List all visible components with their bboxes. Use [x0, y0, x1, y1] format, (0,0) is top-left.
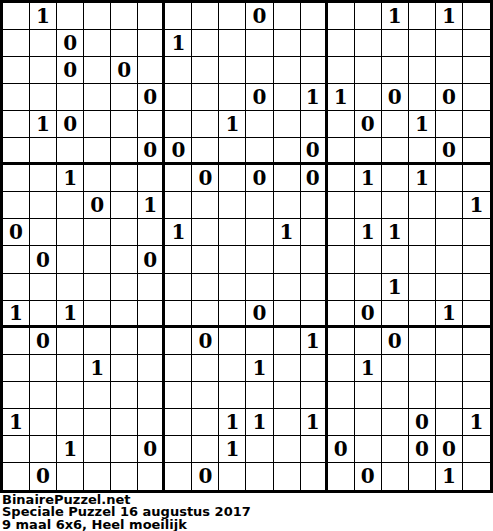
cell-r5-c17[interactable] [463, 138, 490, 165]
cell-r2-c16[interactable] [436, 57, 463, 84]
cell-r6-c9[interactable]: 0 [246, 165, 273, 192]
cell-r14-c13[interactable] [355, 382, 382, 409]
cell-r12-c5[interactable] [138, 328, 165, 355]
cell-r10-c6[interactable] [165, 274, 192, 301]
cell-r14-c6[interactable] [165, 382, 192, 409]
cell-r15-c2[interactable] [57, 409, 84, 436]
cell-r11-c9[interactable]: 0 [246, 301, 273, 328]
cell-r11-c7[interactable] [192, 301, 219, 328]
cell-r16-c14[interactable] [382, 436, 409, 463]
cell-r12-c16[interactable] [436, 328, 463, 355]
cell-r15-c5[interactable] [138, 409, 165, 436]
cell-r15-c7[interactable] [192, 409, 219, 436]
cell-r16-c11[interactable] [301, 436, 328, 463]
cell-r12-c11[interactable]: 1 [301, 328, 328, 355]
cell-r14-c7[interactable] [192, 382, 219, 409]
cell-r4-c16[interactable] [436, 111, 463, 138]
cell-r0-c17[interactable] [463, 3, 490, 30]
cell-r10-c14[interactable]: 1 [382, 274, 409, 301]
cell-r8-c2[interactable] [57, 219, 84, 246]
cell-r7-c13[interactable] [355, 192, 382, 219]
cell-r2-c13[interactable] [355, 57, 382, 84]
cell-r5-c5[interactable]: 0 [138, 138, 165, 165]
cell-r3-c15[interactable] [409, 84, 436, 111]
cell-r2-c12[interactable] [328, 57, 355, 84]
cell-r15-c16[interactable] [436, 409, 463, 436]
cell-r3-c4[interactable] [111, 84, 138, 111]
cell-r13-c2[interactable] [57, 355, 84, 382]
cell-r4-c12[interactable] [328, 111, 355, 138]
cell-r6-c15[interactable]: 1 [409, 165, 436, 192]
cell-r10-c3[interactable] [84, 274, 111, 301]
cell-r9-c12[interactable] [328, 246, 355, 273]
cell-r5-c14[interactable] [382, 138, 409, 165]
cell-r12-c14[interactable]: 0 [382, 328, 409, 355]
cell-r7-c2[interactable] [57, 192, 84, 219]
cell-r16-c6[interactable] [165, 436, 192, 463]
cell-r10-c13[interactable] [355, 274, 382, 301]
cell-r12-c15[interactable] [409, 328, 436, 355]
cell-r8-c8[interactable] [219, 219, 246, 246]
cell-r1-c1[interactable] [30, 30, 57, 57]
cell-r4-c0[interactable] [3, 111, 30, 138]
cell-r12-c13[interactable] [355, 328, 382, 355]
cell-r11-c4[interactable] [111, 301, 138, 328]
cell-r8-c15[interactable] [409, 219, 436, 246]
cell-r1-c3[interactable] [84, 30, 111, 57]
cell-r3-c7[interactable] [192, 84, 219, 111]
cell-r16-c16[interactable]: 0 [436, 436, 463, 463]
cell-r13-c16[interactable] [436, 355, 463, 382]
cell-r16-c7[interactable] [192, 436, 219, 463]
cell-r2-c7[interactable] [192, 57, 219, 84]
cell-r13-c4[interactable] [111, 355, 138, 382]
cell-r0-c14[interactable]: 1 [382, 3, 409, 30]
cell-r1-c10[interactable] [274, 30, 301, 57]
cell-r0-c5[interactable] [138, 3, 165, 30]
cell-r17-c14[interactable] [382, 463, 409, 490]
cell-r9-c14[interactable] [382, 246, 409, 273]
cell-r17-c9[interactable] [246, 463, 273, 490]
cell-r17-c5[interactable] [138, 463, 165, 490]
cell-r0-c7[interactable] [192, 3, 219, 30]
cell-r0-c16[interactable]: 1 [436, 3, 463, 30]
cell-r13-c1[interactable] [30, 355, 57, 382]
cell-r13-c15[interactable] [409, 355, 436, 382]
cell-r7-c16[interactable] [436, 192, 463, 219]
cell-r4-c10[interactable] [274, 111, 301, 138]
cell-r0-c13[interactable] [355, 3, 382, 30]
cell-r17-c13[interactable]: 0 [355, 463, 382, 490]
cell-r5-c16[interactable]: 0 [436, 138, 463, 165]
cell-r17-c16[interactable]: 1 [436, 463, 463, 490]
cell-r3-c13[interactable] [355, 84, 382, 111]
cell-r6-c1[interactable] [30, 165, 57, 192]
cell-r11-c10[interactable] [274, 301, 301, 328]
cell-r11-c14[interactable] [382, 301, 409, 328]
cell-r14-c9[interactable] [246, 382, 273, 409]
cell-r12-c2[interactable] [57, 328, 84, 355]
cell-r16-c9[interactable] [246, 436, 273, 463]
cell-r4-c9[interactable] [246, 111, 273, 138]
cell-r1-c7[interactable] [192, 30, 219, 57]
cell-r5-c1[interactable] [30, 138, 57, 165]
cell-r2-c3[interactable] [84, 57, 111, 84]
cell-r3-c12[interactable]: 1 [328, 84, 355, 111]
cell-r5-c7[interactable] [192, 138, 219, 165]
cell-r1-c12[interactable] [328, 30, 355, 57]
cell-r16-c15[interactable]: 0 [409, 436, 436, 463]
cell-r8-c10[interactable]: 1 [274, 219, 301, 246]
cell-r8-c4[interactable] [111, 219, 138, 246]
cell-r3-c9[interactable]: 0 [246, 84, 273, 111]
cell-r10-c9[interactable] [246, 274, 273, 301]
cell-r7-c8[interactable] [219, 192, 246, 219]
cell-r2-c1[interactable] [30, 57, 57, 84]
cell-r9-c1[interactable]: 0 [30, 246, 57, 273]
cell-r16-c5[interactable]: 0 [138, 436, 165, 463]
cell-r17-c3[interactable] [84, 463, 111, 490]
cell-r2-c10[interactable] [274, 57, 301, 84]
cell-r7-c11[interactable] [301, 192, 328, 219]
cell-r11-c16[interactable]: 1 [436, 301, 463, 328]
cell-r1-c5[interactable] [138, 30, 165, 57]
cell-r4-c3[interactable] [84, 111, 111, 138]
cell-r9-c17[interactable] [463, 246, 490, 273]
cell-r5-c6[interactable]: 0 [165, 138, 192, 165]
cell-r1-c11[interactable] [301, 30, 328, 57]
cell-r14-c16[interactable] [436, 382, 463, 409]
cell-r6-c0[interactable] [3, 165, 30, 192]
cell-r0-c6[interactable] [165, 3, 192, 30]
cell-r14-c2[interactable] [57, 382, 84, 409]
cell-r16-c4[interactable] [111, 436, 138, 463]
cell-r13-c7[interactable] [192, 355, 219, 382]
cell-r12-c10[interactable] [274, 328, 301, 355]
cell-r8-c0[interactable]: 0 [3, 219, 30, 246]
cell-r15-c9[interactable]: 1 [246, 409, 273, 436]
cell-r5-c3[interactable] [84, 138, 111, 165]
cell-r17-c15[interactable] [409, 463, 436, 490]
cell-r10-c12[interactable] [328, 274, 355, 301]
cell-r3-c2[interactable] [57, 84, 84, 111]
cell-r17-c8[interactable] [219, 463, 246, 490]
cell-r6-c6[interactable] [165, 165, 192, 192]
cell-r11-c0[interactable]: 1 [3, 301, 30, 328]
cell-r5-c4[interactable] [111, 138, 138, 165]
cell-r13-c10[interactable] [274, 355, 301, 382]
cell-r10-c4[interactable] [111, 274, 138, 301]
cell-r9-c10[interactable] [274, 246, 301, 273]
cell-r4-c14[interactable] [382, 111, 409, 138]
cell-r15-c4[interactable] [111, 409, 138, 436]
cell-r6-c2[interactable]: 1 [57, 165, 84, 192]
cell-r4-c1[interactable]: 1 [30, 111, 57, 138]
cell-r1-c2[interactable]: 0 [57, 30, 84, 57]
cell-r5-c10[interactable] [274, 138, 301, 165]
cell-r9-c9[interactable] [246, 246, 273, 273]
cell-r0-c2[interactable] [57, 3, 84, 30]
cell-r3-c17[interactable] [463, 84, 490, 111]
cell-r14-c4[interactable] [111, 382, 138, 409]
cell-r7-c0[interactable] [3, 192, 30, 219]
cell-r4-c15[interactable]: 1 [409, 111, 436, 138]
cell-r14-c5[interactable] [138, 382, 165, 409]
cell-r14-c11[interactable] [301, 382, 328, 409]
cell-r11-c17[interactable] [463, 301, 490, 328]
cell-r16-c1[interactable] [30, 436, 57, 463]
cell-r1-c0[interactable] [3, 30, 30, 57]
cell-r13-c5[interactable] [138, 355, 165, 382]
cell-r0-c9[interactable]: 0 [246, 3, 273, 30]
cell-r1-c4[interactable] [111, 30, 138, 57]
cell-r0-c15[interactable] [409, 3, 436, 30]
cell-r2-c6[interactable] [165, 57, 192, 84]
cell-r11-c12[interactable] [328, 301, 355, 328]
cell-r8-c7[interactable] [192, 219, 219, 246]
cell-r12-c0[interactable] [3, 328, 30, 355]
cell-r13-c14[interactable] [382, 355, 409, 382]
cell-r2-c9[interactable] [246, 57, 273, 84]
cell-r3-c3[interactable] [84, 84, 111, 111]
cell-r2-c2[interactable]: 0 [57, 57, 84, 84]
cell-r12-c3[interactable] [84, 328, 111, 355]
cell-r0-c3[interactable] [84, 3, 111, 30]
cell-r13-c17[interactable] [463, 355, 490, 382]
cell-r6-c5[interactable] [138, 165, 165, 192]
cell-r12-c1[interactable]: 0 [30, 328, 57, 355]
cell-r7-c12[interactable] [328, 192, 355, 219]
cell-r9-c16[interactable] [436, 246, 463, 273]
cell-r17-c4[interactable] [111, 463, 138, 490]
cell-r15-c6[interactable] [165, 409, 192, 436]
cell-r11-c3[interactable] [84, 301, 111, 328]
cell-r9-c7[interactable] [192, 246, 219, 273]
cell-r8-c14[interactable]: 1 [382, 219, 409, 246]
cell-r12-c9[interactable] [246, 328, 273, 355]
cell-r4-c17[interactable] [463, 111, 490, 138]
cell-r1-c14[interactable] [382, 30, 409, 57]
cell-r4-c6[interactable] [165, 111, 192, 138]
cell-r10-c0[interactable] [3, 274, 30, 301]
cell-r14-c8[interactable] [219, 382, 246, 409]
cell-r10-c1[interactable] [30, 274, 57, 301]
cell-r2-c8[interactable] [219, 57, 246, 84]
cell-r2-c14[interactable] [382, 57, 409, 84]
cell-r3-c10[interactable] [274, 84, 301, 111]
cell-r17-c2[interactable] [57, 463, 84, 490]
cell-r16-c13[interactable] [355, 436, 382, 463]
cell-r15-c3[interactable] [84, 409, 111, 436]
cell-r11-c8[interactable] [219, 301, 246, 328]
cell-r9-c8[interactable] [219, 246, 246, 273]
cell-r0-c4[interactable] [111, 3, 138, 30]
cell-r8-c12[interactable] [328, 219, 355, 246]
cell-r12-c6[interactable] [165, 328, 192, 355]
cell-r11-c5[interactable] [138, 301, 165, 328]
cell-r5-c13[interactable] [355, 138, 382, 165]
cell-r6-c16[interactable] [436, 165, 463, 192]
cell-r4-c2[interactable]: 0 [57, 111, 84, 138]
cell-r0-c12[interactable] [328, 3, 355, 30]
cell-r6-c11[interactable]: 0 [301, 165, 328, 192]
cell-r4-c5[interactable] [138, 111, 165, 138]
cell-r3-c14[interactable]: 0 [382, 84, 409, 111]
cell-r5-c15[interactable] [409, 138, 436, 165]
cell-r3-c8[interactable] [219, 84, 246, 111]
cell-r7-c1[interactable] [30, 192, 57, 219]
cell-r8-c13[interactable]: 1 [355, 219, 382, 246]
cell-r15-c12[interactable] [328, 409, 355, 436]
cell-r1-c17[interactable] [463, 30, 490, 57]
cell-r15-c14[interactable] [382, 409, 409, 436]
cell-r14-c10[interactable] [274, 382, 301, 409]
cell-r13-c0[interactable] [3, 355, 30, 382]
cell-r2-c17[interactable] [463, 57, 490, 84]
cell-r2-c4[interactable]: 0 [111, 57, 138, 84]
cell-r4-c11[interactable] [301, 111, 328, 138]
cell-r10-c11[interactable] [301, 274, 328, 301]
cell-r9-c4[interactable] [111, 246, 138, 273]
cell-r14-c0[interactable] [3, 382, 30, 409]
cell-r9-c13[interactable] [355, 246, 382, 273]
cell-r7-c10[interactable] [274, 192, 301, 219]
cell-r7-c7[interactable] [192, 192, 219, 219]
cell-r7-c14[interactable] [382, 192, 409, 219]
cell-r1-c16[interactable] [436, 30, 463, 57]
cell-r5-c2[interactable] [57, 138, 84, 165]
cell-r8-c6[interactable]: 1 [165, 219, 192, 246]
cell-r5-c0[interactable] [3, 138, 30, 165]
cell-r12-c7[interactable]: 0 [192, 328, 219, 355]
cell-r10-c7[interactable] [192, 274, 219, 301]
cell-r10-c8[interactable] [219, 274, 246, 301]
cell-r13-c11[interactable] [301, 355, 328, 382]
cell-r15-c0[interactable]: 1 [3, 409, 30, 436]
cell-r5-c12[interactable] [328, 138, 355, 165]
cell-r9-c15[interactable] [409, 246, 436, 273]
cell-r0-c1[interactable]: 1 [30, 3, 57, 30]
cell-r8-c16[interactable] [436, 219, 463, 246]
cell-r3-c0[interactable] [3, 84, 30, 111]
cell-r1-c9[interactable] [246, 30, 273, 57]
cell-r16-c17[interactable] [463, 436, 490, 463]
cell-r16-c0[interactable] [3, 436, 30, 463]
cell-r13-c12[interactable] [328, 355, 355, 382]
cell-r11-c15[interactable] [409, 301, 436, 328]
cell-r3-c5[interactable]: 0 [138, 84, 165, 111]
cell-r14-c15[interactable] [409, 382, 436, 409]
cell-r9-c3[interactable] [84, 246, 111, 273]
cell-r16-c2[interactable]: 1 [57, 436, 84, 463]
cell-r14-c17[interactable] [463, 382, 490, 409]
cell-r7-c5[interactable]: 1 [138, 192, 165, 219]
cell-r6-c8[interactable] [219, 165, 246, 192]
cell-r6-c17[interactable] [463, 165, 490, 192]
cell-r6-c14[interactable] [382, 165, 409, 192]
cell-r5-c9[interactable] [246, 138, 273, 165]
cell-r10-c15[interactable] [409, 274, 436, 301]
cell-r11-c6[interactable] [165, 301, 192, 328]
cell-r9-c2[interactable] [57, 246, 84, 273]
cell-r6-c13[interactable]: 1 [355, 165, 382, 192]
cell-r1-c13[interactable] [355, 30, 382, 57]
cell-r15-c11[interactable]: 1 [301, 409, 328, 436]
cell-r3-c1[interactable] [30, 84, 57, 111]
cell-r11-c1[interactable] [30, 301, 57, 328]
cell-r0-c8[interactable] [219, 3, 246, 30]
cell-r14-c1[interactable] [30, 382, 57, 409]
cell-r6-c4[interactable] [111, 165, 138, 192]
cell-r17-c10[interactable] [274, 463, 301, 490]
cell-r9-c6[interactable] [165, 246, 192, 273]
cell-r7-c9[interactable] [246, 192, 273, 219]
cell-r5-c8[interactable] [219, 138, 246, 165]
cell-r17-c7[interactable]: 0 [192, 463, 219, 490]
cell-r0-c10[interactable] [274, 3, 301, 30]
cell-r2-c11[interactable] [301, 57, 328, 84]
cell-r10-c17[interactable] [463, 274, 490, 301]
cell-r17-c11[interactable] [301, 463, 328, 490]
cell-r16-c8[interactable]: 1 [219, 436, 246, 463]
cell-r8-c9[interactable] [246, 219, 273, 246]
cell-r13-c3[interactable]: 1 [84, 355, 111, 382]
cell-r16-c12[interactable]: 0 [328, 436, 355, 463]
cell-r13-c9[interactable]: 1 [246, 355, 273, 382]
cell-r17-c0[interactable] [3, 463, 30, 490]
cell-r0-c0[interactable] [3, 3, 30, 30]
cell-r10-c16[interactable] [436, 274, 463, 301]
cell-r8-c17[interactable] [463, 219, 490, 246]
cell-r6-c12[interactable] [328, 165, 355, 192]
cell-r4-c8[interactable]: 1 [219, 111, 246, 138]
cell-r8-c3[interactable] [84, 219, 111, 246]
cell-r4-c7[interactable] [192, 111, 219, 138]
cell-r9-c11[interactable] [301, 246, 328, 273]
cell-r11-c13[interactable]: 0 [355, 301, 382, 328]
cell-r13-c8[interactable] [219, 355, 246, 382]
cell-r12-c4[interactable] [111, 328, 138, 355]
cell-r15-c1[interactable] [30, 409, 57, 436]
cell-r13-c6[interactable] [165, 355, 192, 382]
cell-r4-c13[interactable]: 0 [355, 111, 382, 138]
cell-r10-c2[interactable] [57, 274, 84, 301]
cell-r7-c4[interactable] [111, 192, 138, 219]
cell-r16-c3[interactable] [84, 436, 111, 463]
cell-r14-c3[interactable] [84, 382, 111, 409]
cell-r6-c3[interactable] [84, 165, 111, 192]
cell-r12-c8[interactable] [219, 328, 246, 355]
cell-r8-c5[interactable] [138, 219, 165, 246]
cell-r9-c0[interactable] [3, 246, 30, 273]
cell-r17-c6[interactable] [165, 463, 192, 490]
cell-r10-c10[interactable] [274, 274, 301, 301]
cell-r15-c15[interactable]: 0 [409, 409, 436, 436]
cell-r14-c12[interactable] [328, 382, 355, 409]
cell-r17-c17[interactable] [463, 463, 490, 490]
cell-r12-c17[interactable] [463, 328, 490, 355]
cell-r5-c11[interactable]: 0 [301, 138, 328, 165]
cell-r6-c10[interactable] [274, 165, 301, 192]
cell-r15-c8[interactable]: 1 [219, 409, 246, 436]
cell-r8-c1[interactable] [30, 219, 57, 246]
cell-r17-c12[interactable] [328, 463, 355, 490]
cell-r1-c8[interactable] [219, 30, 246, 57]
cell-r7-c15[interactable] [409, 192, 436, 219]
cell-r7-c17[interactable]: 1 [463, 192, 490, 219]
cell-r2-c15[interactable] [409, 57, 436, 84]
cell-r1-c15[interactable] [409, 30, 436, 57]
